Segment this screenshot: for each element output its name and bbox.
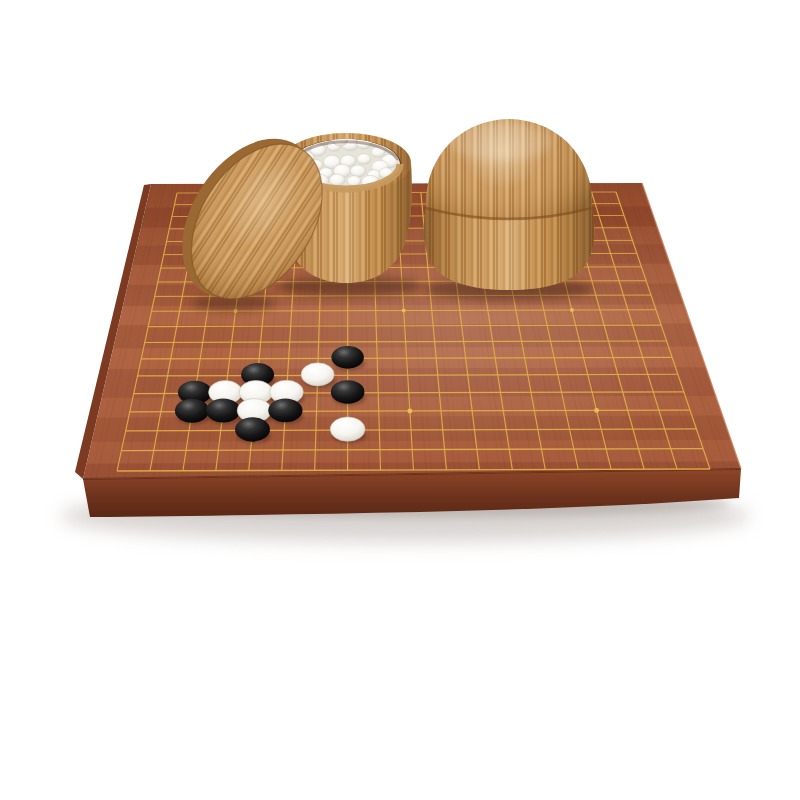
star-point [594, 408, 599, 413]
bowl-white-stone [357, 154, 371, 165]
black-stone [331, 346, 363, 369]
black-stone [175, 399, 209, 423]
bamboo-bowls [154, 114, 594, 325]
bowl-white-stone [350, 165, 365, 177]
go-set-product-photo [0, 0, 800, 800]
bowl-white-stone [347, 176, 361, 187]
white-stone [330, 417, 365, 441]
star-point [402, 309, 406, 313]
bowl-white-stone [329, 174, 344, 186]
white-stone [301, 363, 334, 386]
go-board-scene [0, 0, 800, 800]
black-stone [268, 398, 302, 422]
star-point [570, 308, 574, 312]
bowl-closed [424, 119, 595, 290]
star-point [407, 409, 412, 414]
black-stone [235, 417, 270, 441]
board-wood-texture [64, 172, 769, 494]
goban [64, 172, 769, 517]
black-stone [206, 399, 240, 423]
black-stone [331, 380, 365, 404]
